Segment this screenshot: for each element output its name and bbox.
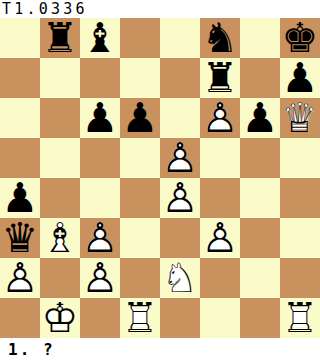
square-b2[interactable] [40, 258, 80, 298]
piece-outline: ♖ [120, 296, 160, 336]
piece-glyph: ♟ [80, 96, 120, 136]
square-e5[interactable]: ♟♙ [160, 138, 200, 178]
piece-white-king: ♚♔ [40, 298, 80, 338]
piece-black-pawn: ♟ [0, 178, 40, 218]
move-prompt-bar: 1. ? [0, 338, 320, 360]
piece-glyph: ♝ [80, 16, 120, 56]
square-a4[interactable]: ♟ [0, 178, 40, 218]
piece-outline: ♗ [40, 216, 80, 256]
piece-outline: ♙ [160, 176, 200, 216]
piece-white-pawn: ♟♙ [0, 258, 40, 298]
piece-glyph: ♟ [240, 96, 280, 136]
piece-white-pawn: ♟♙ [160, 178, 200, 218]
square-h1[interactable]: ♜♖ [280, 298, 320, 338]
square-g6[interactable]: ♟ [240, 98, 280, 138]
piece-black-rook: ♜ [200, 58, 240, 98]
square-a2[interactable]: ♟♙ [0, 258, 40, 298]
square-c7[interactable] [80, 58, 120, 98]
piece-fill: ♞ [160, 256, 200, 296]
piece-fill: ♟ [80, 216, 120, 256]
piece-outline: ♙ [200, 216, 240, 256]
square-e3[interactable] [160, 218, 200, 258]
piece-outline: ♕ [280, 96, 320, 136]
square-f4[interactable] [200, 178, 240, 218]
piece-outline: ♙ [0, 256, 40, 296]
piece-fill: ♟ [80, 256, 120, 296]
piece-white-bishop: ♝♗ [40, 218, 80, 258]
piece-glyph: ♚ [280, 16, 320, 56]
piece-black-bishop: ♝ [80, 18, 120, 58]
piece-black-knight: ♞ [200, 18, 240, 58]
square-e7[interactable] [160, 58, 200, 98]
piece-black-pawn: ♟ [80, 98, 120, 138]
square-h5[interactable] [280, 138, 320, 178]
piece-glyph: ♞ [200, 16, 240, 56]
square-b6[interactable] [40, 98, 80, 138]
square-d6[interactable]: ♟ [120, 98, 160, 138]
piece-outline: ♙ [80, 256, 120, 296]
square-g4[interactable] [240, 178, 280, 218]
square-b5[interactable] [40, 138, 80, 178]
square-a3[interactable]: ♛ [0, 218, 40, 258]
square-e2[interactable]: ♞♘ [160, 258, 200, 298]
square-c6[interactable]: ♟ [80, 98, 120, 138]
square-g8[interactable] [240, 18, 280, 58]
square-d3[interactable] [120, 218, 160, 258]
square-d2[interactable] [120, 258, 160, 298]
piece-outline: ♙ [160, 136, 200, 176]
piece-white-pawn: ♟♙ [160, 138, 200, 178]
square-e1[interactable] [160, 298, 200, 338]
square-c2[interactable]: ♟♙ [80, 258, 120, 298]
piece-fill: ♟ [160, 176, 200, 216]
piece-glyph: ♟ [120, 96, 160, 136]
piece-fill: ♟ [200, 216, 240, 256]
piece-fill: ♜ [280, 296, 320, 336]
piece-black-rook: ♜ [40, 18, 80, 58]
piece-white-pawn: ♟♙ [80, 218, 120, 258]
square-e4[interactable]: ♟♙ [160, 178, 200, 218]
move-prompt-label: 1. ? [8, 340, 55, 359]
square-a7[interactable] [0, 58, 40, 98]
piece-fill: ♜ [120, 296, 160, 336]
piece-glyph: ♟ [280, 56, 320, 96]
square-c3[interactable]: ♟♙ [80, 218, 120, 258]
square-b7[interactable] [40, 58, 80, 98]
piece-black-pawn: ♟ [280, 58, 320, 98]
square-g7[interactable] [240, 58, 280, 98]
square-d1[interactable]: ♜♖ [120, 298, 160, 338]
square-h2[interactable] [280, 258, 320, 298]
piece-glyph: ♜ [200, 56, 240, 96]
square-e8[interactable] [160, 18, 200, 58]
title-bar: T1.0336 [0, 0, 320, 18]
square-d5[interactable] [120, 138, 160, 178]
piece-white-rook: ♜♖ [120, 298, 160, 338]
piece-outline: ♘ [160, 256, 200, 296]
piece-white-pawn: ♟♙ [200, 98, 240, 138]
piece-white-queen: ♛♕ [280, 98, 320, 138]
square-c1[interactable] [80, 298, 120, 338]
square-d8[interactable] [120, 18, 160, 58]
square-c4[interactable] [80, 178, 120, 218]
square-g1[interactable] [240, 298, 280, 338]
square-f7[interactable]: ♜ [200, 58, 240, 98]
piece-white-pawn: ♟♙ [80, 258, 120, 298]
square-c8[interactable]: ♝ [80, 18, 120, 58]
piece-outline: ♙ [200, 96, 240, 136]
square-f2[interactable] [200, 258, 240, 298]
piece-outline: ♙ [80, 216, 120, 256]
piece-fill: ♟ [160, 136, 200, 176]
piece-white-rook: ♜♖ [280, 298, 320, 338]
square-b1[interactable]: ♚♔ [40, 298, 80, 338]
piece-fill: ♟ [0, 256, 40, 296]
square-f8[interactable]: ♞ [200, 18, 240, 58]
square-f1[interactable] [200, 298, 240, 338]
piece-glyph: ♜ [40, 16, 80, 56]
square-f6[interactable]: ♟♙ [200, 98, 240, 138]
square-h4[interactable] [280, 178, 320, 218]
square-a6[interactable] [0, 98, 40, 138]
piece-black-pawn: ♟ [240, 98, 280, 138]
square-a5[interactable] [0, 138, 40, 178]
piece-black-king: ♚ [280, 18, 320, 58]
problem-id-label: T1.0336 [2, 0, 88, 18]
chess-board: ♜♝♞♚♜♟♟♟♟♙♟♛♕♟♙♟♟♙♛♝♗♟♙♟♙♟♙♟♙♞♘♚♔♜♖♜♖ [0, 18, 320, 338]
square-h7[interactable]: ♟ [280, 58, 320, 98]
piece-outline: ♖ [280, 296, 320, 336]
piece-fill: ♝ [40, 216, 80, 256]
piece-glyph: ♛ [0, 216, 40, 256]
square-h3[interactable] [280, 218, 320, 258]
square-h8[interactable]: ♚ [280, 18, 320, 58]
square-a1[interactable] [0, 298, 40, 338]
square-c5[interactable] [80, 138, 120, 178]
square-b3[interactable]: ♝♗ [40, 218, 80, 258]
piece-white-pawn: ♟♙ [200, 218, 240, 258]
square-d7[interactable] [120, 58, 160, 98]
square-f5[interactable] [200, 138, 240, 178]
square-e6[interactable] [160, 98, 200, 138]
piece-white-knight: ♞♘ [160, 258, 200, 298]
piece-fill: ♛ [280, 96, 320, 136]
square-g5[interactable] [240, 138, 280, 178]
piece-glyph: ♟ [0, 176, 40, 216]
square-d4[interactable] [120, 178, 160, 218]
piece-fill: ♟ [200, 96, 240, 136]
square-h6[interactable]: ♛♕ [280, 98, 320, 138]
piece-black-pawn: ♟ [120, 98, 160, 138]
piece-black-queen: ♛ [0, 218, 40, 258]
piece-outline: ♔ [40, 296, 80, 336]
piece-fill: ♚ [40, 296, 80, 336]
square-b4[interactable] [40, 178, 80, 218]
square-a8[interactable] [0, 18, 40, 58]
square-g2[interactable] [240, 258, 280, 298]
square-f3[interactable]: ♟♙ [200, 218, 240, 258]
square-b8[interactable]: ♜ [40, 18, 80, 58]
square-g3[interactable] [240, 218, 280, 258]
